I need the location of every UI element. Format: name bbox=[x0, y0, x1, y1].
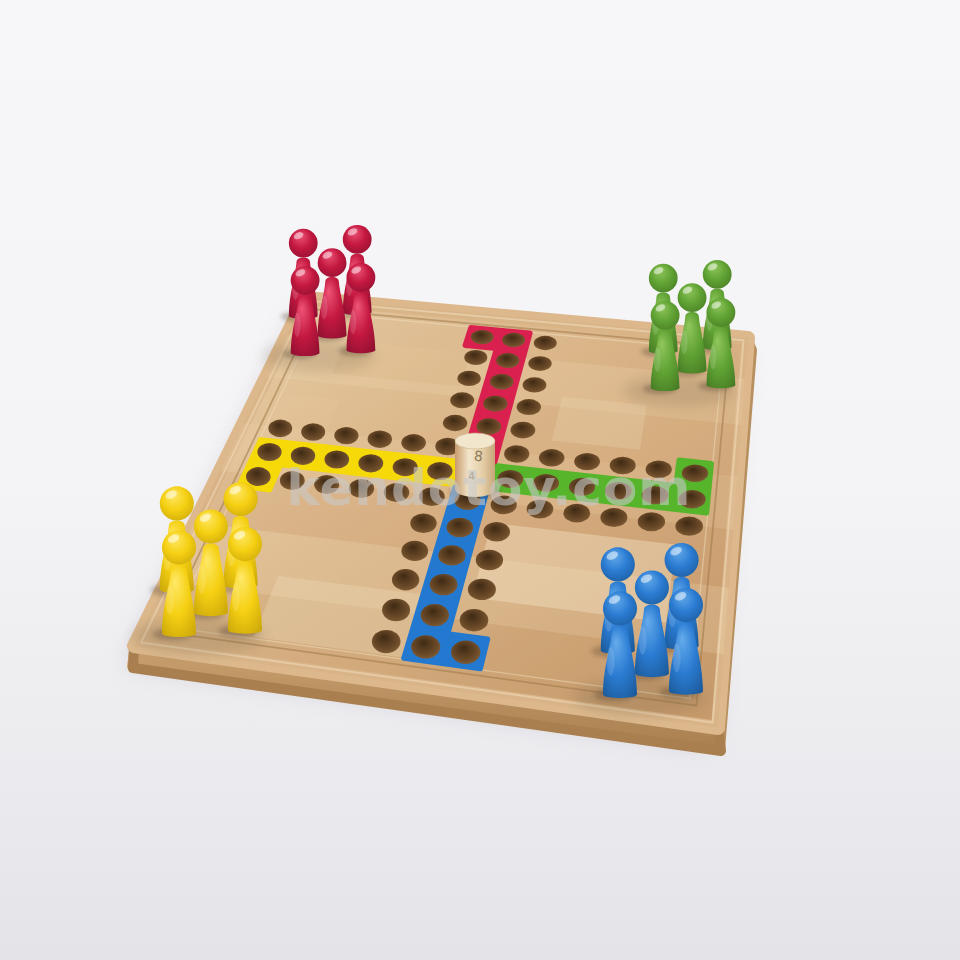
board-hole-red[interactable] bbox=[471, 330, 494, 344]
board-hole[interactable] bbox=[511, 422, 536, 439]
peg-head bbox=[160, 486, 194, 520]
peg-body-sheen bbox=[681, 330, 688, 354]
board-hole[interactable] bbox=[392, 569, 419, 590]
board-hole-blue[interactable] bbox=[438, 545, 465, 565]
board-hole[interactable] bbox=[450, 392, 474, 408]
board-hole[interactable] bbox=[523, 377, 547, 392]
peg-body-sheen bbox=[607, 647, 615, 676]
board-hole[interactable] bbox=[468, 579, 496, 600]
peg-head bbox=[603, 591, 637, 625]
board-hole-blue[interactable] bbox=[451, 641, 480, 664]
die-top bbox=[455, 433, 495, 449]
ludo-board-svg: 84 kendotoy.com bbox=[0, 0, 960, 960]
peg-head bbox=[318, 248, 347, 277]
peg-body-sheen bbox=[654, 348, 661, 372]
peg-body-sheen bbox=[350, 310, 357, 334]
board-hole-blue[interactable] bbox=[430, 574, 458, 595]
board-hole[interactable] bbox=[301, 423, 325, 440]
board-hole-red[interactable] bbox=[490, 374, 514, 389]
peg-head bbox=[291, 266, 320, 295]
board-hole-yellow[interactable] bbox=[257, 443, 281, 461]
peg-body-sheen bbox=[710, 345, 717, 369]
board-hole[interactable] bbox=[483, 522, 510, 542]
board-hole-red[interactable] bbox=[496, 353, 519, 368]
board-hole[interactable] bbox=[401, 541, 428, 561]
peg-head bbox=[228, 527, 262, 561]
board-hole[interactable] bbox=[534, 336, 557, 350]
board-hole[interactable] bbox=[268, 420, 292, 438]
board-hole[interactable] bbox=[476, 550, 503, 570]
board-hole-red[interactable] bbox=[483, 396, 507, 412]
peg-body-sheen bbox=[639, 626, 647, 655]
board-hole-red[interactable] bbox=[502, 333, 525, 347]
board-hole[interactable] bbox=[368, 431, 392, 448]
peg-body-sheen bbox=[294, 313, 301, 337]
board-hole[interactable] bbox=[528, 356, 551, 371]
peg-head bbox=[635, 570, 669, 604]
peg-head bbox=[665, 543, 699, 577]
peg-body-sheen bbox=[673, 644, 681, 673]
board-hole[interactable] bbox=[382, 599, 410, 621]
board-hole[interactable] bbox=[334, 427, 358, 444]
peg-body-sheen bbox=[321, 295, 328, 319]
board-hole[interactable] bbox=[460, 609, 489, 631]
peg-head bbox=[601, 547, 635, 581]
peg-body-sheen bbox=[198, 565, 206, 594]
peg-body-sheen bbox=[166, 586, 174, 615]
peg-head bbox=[649, 264, 678, 293]
board-hole[interactable] bbox=[372, 630, 401, 653]
peg-head bbox=[224, 482, 258, 516]
peg-head bbox=[346, 263, 375, 292]
board-hole[interactable] bbox=[457, 371, 480, 386]
board-hole-blue[interactable] bbox=[447, 518, 474, 538]
board-hole-blue[interactable] bbox=[411, 635, 440, 658]
board-hole-yellow[interactable] bbox=[246, 467, 271, 486]
peg-head bbox=[706, 298, 735, 327]
board-hole[interactable] bbox=[443, 415, 467, 432]
peg-head bbox=[703, 260, 732, 289]
board-hole[interactable] bbox=[517, 399, 541, 415]
product-photo-scene: 84 kendotoy.com bbox=[0, 0, 960, 960]
peg-head bbox=[678, 283, 707, 312]
watermark: kendotoy.com bbox=[287, 459, 692, 517]
board-hole[interactable] bbox=[464, 350, 487, 365]
peg-head bbox=[651, 301, 680, 330]
wood-patch bbox=[552, 397, 647, 450]
board-hole-red[interactable] bbox=[477, 418, 502, 435]
board-hole[interactable] bbox=[675, 517, 703, 536]
peg-head bbox=[289, 229, 318, 258]
board-hole-blue[interactable] bbox=[421, 604, 449, 626]
board-hole[interactable] bbox=[401, 434, 426, 451]
peg-head bbox=[162, 530, 196, 564]
peg-body-sheen bbox=[232, 583, 240, 612]
peg-head bbox=[669, 588, 703, 622]
peg-head bbox=[343, 225, 372, 254]
peg-head bbox=[194, 509, 228, 543]
